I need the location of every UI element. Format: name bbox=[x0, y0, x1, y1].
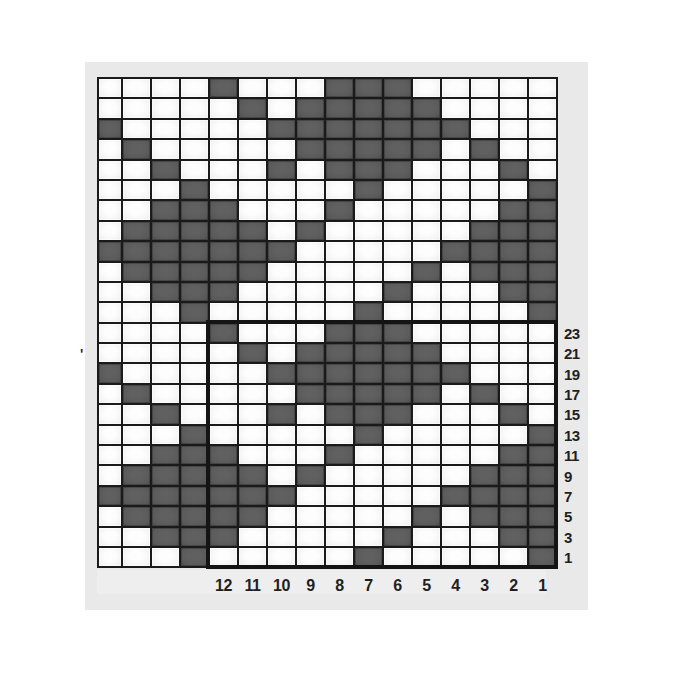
stitch-cell-r14-c7 bbox=[268, 344, 295, 362]
stitch-cell-r2-c6 bbox=[239, 99, 266, 117]
stitch-cell-r13-c11 bbox=[384, 324, 411, 342]
stitch-cell-r3-c2 bbox=[123, 120, 150, 138]
chart-canvas: 2321191715131197531 121110987654321 bbox=[85, 62, 588, 610]
stitch-cell-r23-c14 bbox=[471, 528, 498, 546]
stitch-cell-r2-c3 bbox=[152, 99, 179, 117]
stitch-cell-r23-c3 bbox=[152, 528, 179, 546]
stitch-cell-r6-c16 bbox=[529, 181, 556, 199]
row-label-5: 5 bbox=[564, 507, 590, 527]
column-label-8: 8 bbox=[326, 576, 353, 596]
stitch-cell-r5-c14 bbox=[471, 161, 498, 179]
stitch-cell-r11-c8 bbox=[297, 283, 324, 301]
stitch-cell-r20-c16 bbox=[529, 466, 556, 484]
stitch-cell-r12-c16 bbox=[529, 303, 556, 321]
stitch-cell-r13-c3 bbox=[152, 324, 179, 342]
stitch-cell-r23-c10 bbox=[355, 528, 382, 546]
stitch-cell-r6-c14 bbox=[471, 181, 498, 199]
stitch-cell-r15-c6 bbox=[239, 364, 266, 382]
stitch-cell-r2-c7 bbox=[268, 99, 295, 117]
stitch-cell-r24-c15 bbox=[500, 548, 527, 566]
stitch-cell-r22-c16 bbox=[529, 507, 556, 525]
stitch-cell-r9-c15 bbox=[500, 242, 527, 260]
stitch-cell-r10-c9 bbox=[326, 263, 353, 281]
stitch-cell-r12-c9 bbox=[326, 303, 353, 321]
stitch-cell-r12-c3 bbox=[152, 303, 179, 321]
stitch-cell-r6-c15 bbox=[500, 181, 527, 199]
stitch-cell-r5-c6 bbox=[239, 161, 266, 179]
stitch-cell-r3-c5 bbox=[210, 120, 237, 138]
stitch-cell-r21-c7 bbox=[268, 487, 295, 505]
stitch-cell-r6-c8 bbox=[297, 181, 324, 199]
stitch-cell-r14-c3 bbox=[152, 344, 179, 362]
row-label-9: 9 bbox=[564, 467, 590, 487]
stitch-cell-r7-c7 bbox=[268, 201, 295, 219]
stitch-cell-r11-c15 bbox=[500, 283, 527, 301]
stitch-cell-r14-c5 bbox=[210, 344, 237, 362]
stitch-cell-r20-c14 bbox=[471, 466, 498, 484]
stitch-cell-r6-c13 bbox=[442, 181, 469, 199]
stitch-cell-r4-c13 bbox=[442, 140, 469, 158]
stitch-cell-r13-c2 bbox=[123, 324, 150, 342]
stitch-cell-r18-c15 bbox=[500, 426, 527, 444]
stitch-cell-r15-c9 bbox=[326, 364, 353, 382]
stitch-cell-r20-c2 bbox=[123, 466, 150, 484]
stitch-cell-r17-c2 bbox=[123, 405, 150, 423]
stitch-cell-r12-c13 bbox=[442, 303, 469, 321]
stitch-cell-r12-c7 bbox=[268, 303, 295, 321]
stitch-cell-r2-c2 bbox=[123, 99, 150, 117]
stitch-cell-r10-c8 bbox=[297, 263, 324, 281]
stitch-cell-r18-c3 bbox=[152, 426, 179, 444]
stitch-cell-r18-c1 bbox=[99, 426, 121, 444]
stitch-cell-r1-c10 bbox=[355, 79, 382, 97]
stitch-cell-r4-c2 bbox=[123, 140, 150, 158]
stitch-cell-r19-c4 bbox=[181, 446, 208, 464]
stitch-cell-r13-c16 bbox=[529, 324, 556, 342]
stitch-cell-r22-c6 bbox=[239, 507, 266, 525]
stitch-cell-r24-c9 bbox=[326, 548, 353, 566]
stitch-cell-r21-c2 bbox=[123, 487, 150, 505]
stitch-cell-r5-c1 bbox=[99, 161, 121, 179]
stitch-cell-r19-c9 bbox=[326, 446, 353, 464]
stitch-cell-r20-c7 bbox=[268, 466, 295, 484]
stitch-cell-r2-c5 bbox=[210, 99, 237, 117]
stitch-cell-r23-c12 bbox=[413, 528, 440, 546]
stitch-cell-r23-c2 bbox=[123, 528, 150, 546]
stitch-cell-r16-c11 bbox=[384, 385, 411, 403]
stitch-cell-r15-c16 bbox=[529, 364, 556, 382]
row-label-23: 23 bbox=[564, 324, 590, 344]
stitch-cell-r12-c2 bbox=[123, 303, 150, 321]
stitch-cell-r7-c8 bbox=[297, 201, 324, 219]
stitch-cell-r12-c5 bbox=[210, 303, 237, 321]
stitch-cell-r1-c8 bbox=[297, 79, 324, 97]
stitch-cell-r15-c8 bbox=[297, 364, 324, 382]
stitch-cell-r3-c15 bbox=[500, 120, 527, 138]
stitch-cell-r8-c14 bbox=[471, 222, 498, 240]
stitch-cell-r19-c16 bbox=[529, 446, 556, 464]
stitch-cell-r11-c16 bbox=[529, 283, 556, 301]
stitch-cell-r3-c12 bbox=[413, 120, 440, 138]
stitch-cell-r6-c1 bbox=[99, 181, 121, 199]
stitch-cell-r1-c15 bbox=[500, 79, 527, 97]
stitch-cell-r4-c3 bbox=[152, 140, 179, 158]
stitch-cell-r5-c9 bbox=[326, 161, 353, 179]
stitch-cell-r19-c2 bbox=[123, 446, 150, 464]
stitch-cell-r2-c9 bbox=[326, 99, 353, 117]
stitch-cell-r21-c9 bbox=[326, 487, 353, 505]
stitch-cell-r14-c14 bbox=[471, 344, 498, 362]
stitch-cell-r19-c13 bbox=[442, 446, 469, 464]
stitch-cell-r18-c11 bbox=[384, 426, 411, 444]
stitch-cell-r14-c13 bbox=[442, 344, 469, 362]
stitch-cell-r23-c4 bbox=[181, 528, 208, 546]
stitch-cell-r1-c12 bbox=[413, 79, 440, 97]
stitch-cell-r24-c11 bbox=[384, 548, 411, 566]
stitch-cell-r24-c2 bbox=[123, 548, 150, 566]
stitch-cell-r5-c3 bbox=[152, 161, 179, 179]
column-label-1: 1 bbox=[529, 576, 556, 596]
stitch-cell-r4-c8 bbox=[297, 140, 324, 158]
stitch-cell-r6-c2 bbox=[123, 181, 150, 199]
stitch-cell-r1-c9 bbox=[326, 79, 353, 97]
stitch-cell-r23-c1 bbox=[99, 528, 121, 546]
stitch-cell-r10-c5 bbox=[210, 263, 237, 281]
stitch-cell-r14-c8 bbox=[297, 344, 324, 362]
stitch-cell-r16-c14 bbox=[471, 385, 498, 403]
stitch-cell-r13-c4 bbox=[181, 324, 208, 342]
stitch-cell-r11-c14 bbox=[471, 283, 498, 301]
stitch-cell-r7-c11 bbox=[384, 201, 411, 219]
stitch-cell-r6-c10 bbox=[355, 181, 382, 199]
stitch-cell-r20-c3 bbox=[152, 466, 179, 484]
stitch-cell-r14-c16 bbox=[529, 344, 556, 362]
stitch-cell-r21-c3 bbox=[152, 487, 179, 505]
stitch-cell-r2-c14 bbox=[471, 99, 498, 117]
stitch-cell-r24-c4 bbox=[181, 548, 208, 566]
stitch-cell-r6-c6 bbox=[239, 181, 266, 199]
stitch-cell-r2-c12 bbox=[413, 99, 440, 117]
stitch-cell-r10-c11 bbox=[384, 263, 411, 281]
stitch-cell-r2-c1 bbox=[99, 99, 121, 117]
stitch-cell-r22-c10 bbox=[355, 507, 382, 525]
stitch-cell-r7-c5 bbox=[210, 201, 237, 219]
stitch-cell-r12-c14 bbox=[471, 303, 498, 321]
stitch-cell-r14-c6 bbox=[239, 344, 266, 362]
column-label-7: 7 bbox=[355, 576, 382, 596]
stitch-cell-r7-c14 bbox=[471, 201, 498, 219]
stitch-cell-r21-c1 bbox=[99, 487, 121, 505]
stitch-cell-r8-c8 bbox=[297, 222, 324, 240]
stitch-cell-r19-c6 bbox=[239, 446, 266, 464]
stitch-cell-r1-c6 bbox=[239, 79, 266, 97]
column-label-10: 10 bbox=[268, 576, 295, 596]
stitch-cell-r18-c16 bbox=[529, 426, 556, 444]
stitch-cell-r5-c4 bbox=[181, 161, 208, 179]
stitch-cell-r23-c15 bbox=[500, 528, 527, 546]
stitch-cell-r20-c15 bbox=[500, 466, 527, 484]
stitch-cell-r16-c6 bbox=[239, 385, 266, 403]
stitch-cell-r15-c3 bbox=[152, 364, 179, 382]
stitch-cell-r14-c12 bbox=[413, 344, 440, 362]
stitch-cell-r19-c15 bbox=[500, 446, 527, 464]
stitch-cell-r10-c4 bbox=[181, 263, 208, 281]
stitch-cell-r4-c14 bbox=[471, 140, 498, 158]
stitch-cell-r22-c9 bbox=[326, 507, 353, 525]
stitch-cell-r9-c1 bbox=[99, 242, 121, 260]
stitch-cell-r9-c10 bbox=[355, 242, 382, 260]
stitch-cell-r5-c10 bbox=[355, 161, 382, 179]
stitch-cell-r20-c9 bbox=[326, 466, 353, 484]
stitch-cell-r17-c12 bbox=[413, 405, 440, 423]
stitch-cell-r9-c12 bbox=[413, 242, 440, 260]
stitch-cell-r15-c11 bbox=[384, 364, 411, 382]
stitch-cell-r3-c10 bbox=[355, 120, 382, 138]
stitch-cell-r12-c11 bbox=[384, 303, 411, 321]
stitch-cell-r16-c7 bbox=[268, 385, 295, 403]
stitch-cell-r22-c11 bbox=[384, 507, 411, 525]
column-label-3: 3 bbox=[471, 576, 498, 596]
stitch-cell-r8-c7 bbox=[268, 222, 295, 240]
stitch-cell-r23-c9 bbox=[326, 528, 353, 546]
stitch-cell-r11-c12 bbox=[413, 283, 440, 301]
stitch-cell-r21-c8 bbox=[297, 487, 324, 505]
stitch-cell-r24-c6 bbox=[239, 548, 266, 566]
stitch-cell-r1-c1 bbox=[99, 79, 121, 97]
stitch-cell-r16-c4 bbox=[181, 385, 208, 403]
stitch-cell-r3-c16 bbox=[529, 120, 556, 138]
stitch-cell-r5-c15 bbox=[500, 161, 527, 179]
stitch-cell-r14-c1 bbox=[99, 344, 121, 362]
stitch-cell-r12-c12 bbox=[413, 303, 440, 321]
stitch-cell-r11-c5 bbox=[210, 283, 237, 301]
stitch-cell-r13-c9 bbox=[326, 324, 353, 342]
stitch-cell-r4-c6 bbox=[239, 140, 266, 158]
stitch-cell-r15-c4 bbox=[181, 364, 208, 382]
stitch-cell-r4-c16 bbox=[529, 140, 556, 158]
stitch-cell-r11-c2 bbox=[123, 283, 150, 301]
stitch-cell-r15-c2 bbox=[123, 364, 150, 382]
stitch-cell-r22-c4 bbox=[181, 507, 208, 525]
stitch-cell-r17-c11 bbox=[384, 405, 411, 423]
stitch-cell-r1-c5 bbox=[210, 79, 237, 97]
stitch-cell-r10-c12 bbox=[413, 263, 440, 281]
stitch-cell-r24-c1 bbox=[99, 548, 121, 566]
stitch-cell-r16-c13 bbox=[442, 385, 469, 403]
stitch-cell-r18-c8 bbox=[297, 426, 324, 444]
stitch-cell-r23-c7 bbox=[268, 528, 295, 546]
stitch-cell-r16-c15 bbox=[500, 385, 527, 403]
stitch-cell-r11-c6 bbox=[239, 283, 266, 301]
stitch-cell-r17-c9 bbox=[326, 405, 353, 423]
stitch-cell-r2-c13 bbox=[442, 99, 469, 117]
row-label-3: 3 bbox=[564, 528, 590, 548]
stitch-cell-r4-c1 bbox=[99, 140, 121, 158]
stitch-cell-r13-c12 bbox=[413, 324, 440, 342]
stitch-cell-r13-c1 bbox=[99, 324, 121, 342]
stitch-cell-r21-c12 bbox=[413, 487, 440, 505]
stitch-cell-r23-c6 bbox=[239, 528, 266, 546]
colorwork-chart bbox=[97, 77, 558, 569]
stitch-cell-r8-c16 bbox=[529, 222, 556, 240]
stitch-cell-r8-c11 bbox=[384, 222, 411, 240]
colorwork-chart-grid bbox=[97, 77, 558, 568]
stitch-cell-r23-c13 bbox=[442, 528, 469, 546]
stitch-cell-r13-c8 bbox=[297, 324, 324, 342]
stitch-cell-r9-c5 bbox=[210, 242, 237, 260]
stitch-cell-r24-c7 bbox=[268, 548, 295, 566]
stitch-cell-r22-c7 bbox=[268, 507, 295, 525]
stitch-cell-r7-c4 bbox=[181, 201, 208, 219]
stitch-cell-r15-c1 bbox=[99, 364, 121, 382]
stitch-cell-r6-c11 bbox=[384, 181, 411, 199]
stitch-cell-r8-c2 bbox=[123, 222, 150, 240]
stitch-cell-r17-c16 bbox=[529, 405, 556, 423]
stitch-cell-r13-c6 bbox=[239, 324, 266, 342]
stitch-cell-r6-c7 bbox=[268, 181, 295, 199]
stitch-cell-r10-c2 bbox=[123, 263, 150, 281]
stitch-cell-r21-c13 bbox=[442, 487, 469, 505]
stitch-cell-r4-c12 bbox=[413, 140, 440, 158]
stitch-cell-r4-c5 bbox=[210, 140, 237, 158]
stitch-cell-r20-c10 bbox=[355, 466, 382, 484]
stitch-cell-r6-c4 bbox=[181, 181, 208, 199]
stitch-cell-r10-c3 bbox=[152, 263, 179, 281]
stitch-cell-r24-c16 bbox=[529, 548, 556, 566]
stitch-cell-r10-c10 bbox=[355, 263, 382, 281]
stitch-cell-r15-c7 bbox=[268, 364, 295, 382]
stitch-cell-r15-c5 bbox=[210, 364, 237, 382]
stitch-cell-r15-c12 bbox=[413, 364, 440, 382]
stitch-cell-r13-c13 bbox=[442, 324, 469, 342]
stitch-cell-r7-c1 bbox=[99, 201, 121, 219]
stitch-cell-r21-c16 bbox=[529, 487, 556, 505]
stitch-cell-r3-c3 bbox=[152, 120, 179, 138]
stitch-cell-r8-c10 bbox=[355, 222, 382, 240]
stitch-cell-r3-c11 bbox=[384, 120, 411, 138]
stitch-cell-r20-c4 bbox=[181, 466, 208, 484]
stitch-cell-r5-c12 bbox=[413, 161, 440, 179]
stitch-cell-r16-c16 bbox=[529, 385, 556, 403]
stitch-cell-r7-c15 bbox=[500, 201, 527, 219]
stitch-cell-r4-c15 bbox=[500, 140, 527, 158]
stitch-cell-r21-c10 bbox=[355, 487, 382, 505]
stitch-cell-r8-c5 bbox=[210, 222, 237, 240]
stitch-cell-r18-c5 bbox=[210, 426, 237, 444]
stitch-cell-r3-c6 bbox=[239, 120, 266, 138]
stitch-cell-r21-c11 bbox=[384, 487, 411, 505]
stitch-cell-r9-c13 bbox=[442, 242, 469, 260]
stitch-cell-r16-c10 bbox=[355, 385, 382, 403]
stitch-cell-r19-c10 bbox=[355, 446, 382, 464]
stitch-cell-r22-c5 bbox=[210, 507, 237, 525]
stitch-cell-r13-c14 bbox=[471, 324, 498, 342]
stitch-cell-r11-c13 bbox=[442, 283, 469, 301]
stitch-cell-r9-c2 bbox=[123, 242, 150, 260]
row-label-15: 15 bbox=[564, 405, 590, 425]
stitch-cell-r20-c6 bbox=[239, 466, 266, 484]
stitch-cell-r2-c11 bbox=[384, 99, 411, 117]
stitch-cell-r17-c8 bbox=[297, 405, 324, 423]
stitch-cell-r12-c8 bbox=[297, 303, 324, 321]
row-label-11: 11 bbox=[564, 446, 590, 466]
stitch-cell-r3-c4 bbox=[181, 120, 208, 138]
stitch-cell-r8-c3 bbox=[152, 222, 179, 240]
stitch-cell-r1-c13 bbox=[442, 79, 469, 97]
stitch-cell-r23-c8 bbox=[297, 528, 324, 546]
stitch-cell-r5-c16 bbox=[529, 161, 556, 179]
stitch-cell-r3-c8 bbox=[297, 120, 324, 138]
stitch-cell-r19-c1 bbox=[99, 446, 121, 464]
stitch-cell-r17-c10 bbox=[355, 405, 382, 423]
stitch-cell-r9-c6 bbox=[239, 242, 266, 260]
stitch-cell-r18-c14 bbox=[471, 426, 498, 444]
stitch-cell-r1-c16 bbox=[529, 79, 556, 97]
column-label-11: 11 bbox=[239, 576, 266, 596]
stitch-cell-r9-c8 bbox=[297, 242, 324, 260]
stitch-cell-r23-c11 bbox=[384, 528, 411, 546]
stitch-cell-r11-c9 bbox=[326, 283, 353, 301]
stitch-cell-r15-c14 bbox=[471, 364, 498, 382]
stitch-cell-r11-c3 bbox=[152, 283, 179, 301]
stitch-cell-r18-c4 bbox=[181, 426, 208, 444]
stitch-cell-r4-c7 bbox=[268, 140, 295, 158]
stitch-cell-r19-c3 bbox=[152, 446, 179, 464]
stitch-cell-r16-c9 bbox=[326, 385, 353, 403]
row-label-13: 13 bbox=[564, 426, 590, 446]
stitch-cell-r9-c7 bbox=[268, 242, 295, 260]
stitch-cell-r1-c14 bbox=[471, 79, 498, 97]
stitch-cell-r14-c15 bbox=[500, 344, 527, 362]
stitch-cell-r20-c1 bbox=[99, 466, 121, 484]
stitch-cell-r24-c14 bbox=[471, 548, 498, 566]
stitch-cell-r15-c10 bbox=[355, 364, 382, 382]
stitch-cell-r24-c10 bbox=[355, 548, 382, 566]
column-label-5: 5 bbox=[413, 576, 440, 596]
stitch-cell-r1-c3 bbox=[152, 79, 179, 97]
stitch-cell-r5-c8 bbox=[297, 161, 324, 179]
stitch-cell-r22-c12 bbox=[413, 507, 440, 525]
stitch-cell-r7-c12 bbox=[413, 201, 440, 219]
stitch-cell-r12-c10 bbox=[355, 303, 382, 321]
stitch-cell-r1-c11 bbox=[384, 79, 411, 97]
chart-page: 2321191715131197531 121110987654321 ' bbox=[0, 0, 690, 690]
stitch-cell-r17-c7 bbox=[268, 405, 295, 423]
stitch-cell-r24-c5 bbox=[210, 548, 237, 566]
stitch-cell-r3-c13 bbox=[442, 120, 469, 138]
stitch-cell-r14-c4 bbox=[181, 344, 208, 362]
stitch-cell-r1-c2 bbox=[123, 79, 150, 97]
stitch-cell-r17-c6 bbox=[239, 405, 266, 423]
stitch-cell-r19-c7 bbox=[268, 446, 295, 464]
stitch-cell-r8-c9 bbox=[326, 222, 353, 240]
stitch-cell-r16-c12 bbox=[413, 385, 440, 403]
stitch-cell-r16-c5 bbox=[210, 385, 237, 403]
stitch-cell-r13-c10 bbox=[355, 324, 382, 342]
stitch-cell-r17-c3 bbox=[152, 405, 179, 423]
stitch-cell-r18-c13 bbox=[442, 426, 469, 444]
stitch-cell-r18-c9 bbox=[326, 426, 353, 444]
stitch-cell-r18-c10 bbox=[355, 426, 382, 444]
stitch-cell-r9-c3 bbox=[152, 242, 179, 260]
stitch-cell-r14-c11 bbox=[384, 344, 411, 362]
stitch-cell-r5-c11 bbox=[384, 161, 411, 179]
stitch-cell-r7-c10 bbox=[355, 201, 382, 219]
stitch-cell-r22-c14 bbox=[471, 507, 498, 525]
column-label-4: 4 bbox=[442, 576, 469, 596]
stitch-cell-r18-c12 bbox=[413, 426, 440, 444]
stitch-cell-r22-c1 bbox=[99, 507, 121, 525]
